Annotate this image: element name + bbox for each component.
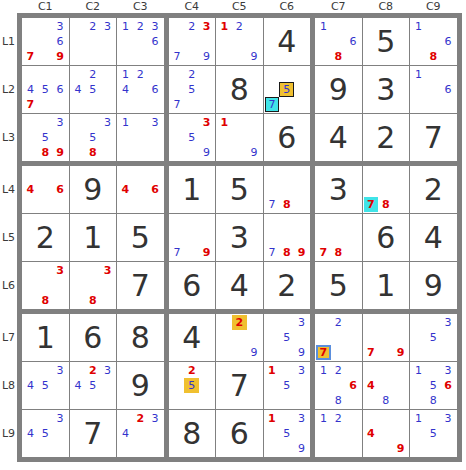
- candidate-9: 9: [199, 145, 214, 160]
- cell-L9C2[interactable]: 7: [70, 410, 117, 457]
- candidate-3: 3: [148, 19, 163, 34]
- row-label-L5: L5: [0, 214, 17, 261]
- cell-L6C8[interactable]: 1: [363, 262, 410, 309]
- candidate-6: 6: [346, 34, 361, 49]
- candidate-grid: 78: [363, 166, 410, 213]
- cell-L8C3[interactable]: 9: [117, 362, 164, 409]
- cell-L7C9[interactable]: 35: [410, 314, 457, 361]
- col-label-C6: C6: [264, 0, 311, 13]
- candidate-7: 7: [170, 49, 185, 64]
- candidate-4: 4: [364, 378, 379, 393]
- candidate-5: 5: [184, 130, 199, 145]
- cell-L7C4[interactable]: 4: [169, 314, 216, 361]
- cell-L1C4[interactable]: 2379: [169, 18, 216, 65]
- candidate-2: 2: [331, 411, 346, 426]
- cell-L6C3[interactable]: 7: [117, 262, 164, 309]
- candidate-grid: 13568: [410, 362, 457, 409]
- candidate-5: 5: [184, 82, 199, 97]
- candidate-9: 9: [393, 441, 408, 456]
- solved-value: 7: [117, 262, 164, 309]
- solved-value: 6: [216, 410, 263, 457]
- cell-L4C7[interactable]: 3: [315, 166, 362, 213]
- candidate-8: 8: [426, 49, 441, 64]
- solved-value: 4: [169, 314, 216, 361]
- candidate-9: 9: [294, 245, 309, 260]
- candidate-1: 1: [316, 363, 331, 378]
- cell-L9C1[interactable]: 345: [22, 410, 69, 457]
- cell-L1C7[interactable]: 168: [315, 18, 362, 65]
- candidate-5: 5: [85, 130, 100, 145]
- cell-L6C6[interactable]: 2: [264, 262, 311, 309]
- candidate-8: 8: [38, 145, 53, 160]
- candidate-7: 7: [170, 245, 185, 260]
- cell-L3C4[interactable]: 359: [169, 114, 216, 161]
- cell-L5C4[interactable]: 79: [169, 214, 216, 261]
- candidate-3: 3: [441, 363, 456, 378]
- row-label-L6: L6: [0, 262, 17, 309]
- cell-L3C5[interactable]: 19: [216, 114, 263, 161]
- cell-L9C7[interactable]: 12: [315, 410, 362, 457]
- candidate-grid: 3679: [22, 18, 69, 65]
- cell-L2C9[interactable]: 16: [410, 66, 457, 113]
- candidate-5: 5: [279, 330, 294, 345]
- cell-L7C7[interactable]: 27: [315, 314, 362, 361]
- solved-value: 2: [264, 262, 311, 309]
- cell-L7C6[interactable]: 359: [264, 314, 311, 361]
- solved-value: 1: [363, 262, 410, 309]
- cell-L9C6[interactable]: 1359: [264, 410, 311, 457]
- cell-L9C4[interactable]: 8: [169, 410, 216, 457]
- col-label-C1: C1: [22, 0, 69, 13]
- solved-value: 7: [216, 362, 263, 409]
- candidate-6: 6: [346, 378, 361, 393]
- candidate-grid: 245: [70, 66, 117, 113]
- solved-value: 3: [363, 66, 410, 113]
- cell-L4C4[interactable]: 1: [169, 166, 216, 213]
- cell-L2C8[interactable]: 3: [363, 66, 410, 113]
- candidate-4: 4: [23, 378, 38, 393]
- column-labels: C1C2C3C4C5C6C7C8C9: [22, 0, 457, 13]
- cell-L3C8[interactable]: 2: [363, 114, 410, 161]
- row-label-L3: L3: [0, 114, 17, 161]
- candidate-2: 2: [85, 67, 100, 82]
- cell-L6C5[interactable]: 4: [216, 262, 263, 309]
- candidate-9: 9: [247, 345, 262, 360]
- candidate-5: 5: [38, 426, 53, 441]
- candidate-2: 2: [133, 411, 148, 426]
- cell-L3C2[interactable]: 358: [70, 114, 117, 161]
- candidate-7: 7: [265, 197, 280, 212]
- candidate-4: 4: [364, 426, 379, 441]
- candidate-5: 5: [38, 378, 53, 393]
- cell-L2C6[interactable]: 57: [264, 66, 311, 113]
- solved-value: 1: [22, 314, 69, 361]
- solved-value: 3: [315, 166, 362, 213]
- candidate-grid: 46: [22, 166, 69, 213]
- solved-value: 2: [22, 214, 69, 261]
- cell-L6C4[interactable]: 6: [169, 262, 216, 309]
- cell-L8C8[interactable]: 48: [363, 362, 410, 409]
- cell-L5C1[interactable]: 2: [22, 214, 69, 261]
- candidate-3: 3: [100, 363, 115, 378]
- row-label-L2: L2: [0, 66, 17, 113]
- candidate-grid: 23: [70, 18, 117, 65]
- candidate-grid: 257: [169, 66, 216, 113]
- row-label-L7: L7: [0, 314, 17, 361]
- cell-L5C6[interactable]: 789: [264, 214, 311, 261]
- candidate-4: 4: [118, 182, 133, 197]
- cell-L3C6[interactable]: 6: [264, 114, 311, 161]
- candidate-grid: 79: [169, 214, 216, 261]
- candidate-2: 2: [331, 363, 346, 378]
- cell-L2C5[interactable]: 8: [216, 66, 263, 113]
- candidate-8: 8: [331, 393, 346, 408]
- candidate-3: 3: [294, 363, 309, 378]
- cell-L5C7[interactable]: 78: [315, 214, 362, 261]
- solved-value: 6: [169, 262, 216, 309]
- cell-L7C5[interactable]: 29: [216, 314, 263, 361]
- candidate-grid: 234: [117, 410, 164, 457]
- candidate-grid: 48: [363, 362, 410, 409]
- candidate-grid: 2379: [169, 18, 216, 65]
- cell-L3C9[interactable]: 7: [410, 114, 457, 161]
- candidate-3: 3: [53, 411, 68, 426]
- candidate-3: 3: [148, 411, 163, 426]
- cell-L1C5[interactable]: 129: [216, 18, 263, 65]
- cell-L1C2[interactable]: 23: [70, 18, 117, 65]
- cell-L2C2[interactable]: 245: [70, 66, 117, 113]
- candidate-7: 7: [316, 345, 331, 360]
- candidate-grid: 3589: [22, 114, 69, 161]
- cell-L6C1[interactable]: 38: [22, 262, 69, 309]
- cell-L4C2[interactable]: 9: [70, 166, 117, 213]
- cell-L7C1[interactable]: 1: [22, 314, 69, 361]
- solved-value: 6: [264, 114, 311, 161]
- solved-value: 8: [169, 410, 216, 457]
- candidate-9: 9: [247, 145, 262, 160]
- row-labels: L1L2L3L4L5L6L7L8L9: [0, 18, 17, 457]
- candidate-grid: 359: [169, 114, 216, 161]
- row-label-L1: L1: [0, 18, 17, 65]
- cell-L6C9[interactable]: 9: [410, 262, 457, 309]
- cell-L5C8[interactable]: 6: [363, 214, 410, 261]
- candidate-grid: 358: [70, 114, 117, 161]
- col-label-C4: C4: [169, 0, 216, 13]
- candidate-7: 7: [265, 245, 280, 260]
- solved-value: 3: [216, 214, 263, 261]
- sudoku-app: C1C2C3C4C5C6C7C8C9 L1L2L3L4L5L6L7L8L9 36…: [0, 0, 466, 470]
- cell-L3C7[interactable]: 4: [315, 114, 362, 161]
- candidate-8: 8: [85, 293, 100, 308]
- candidate-2: 2: [184, 67, 199, 82]
- row-label-L9: L9: [0, 410, 17, 457]
- col-label-C3: C3: [117, 0, 164, 13]
- candidate-grid: 38: [70, 262, 117, 309]
- candidate-grid: 78: [264, 166, 311, 213]
- candidate-2: 2: [184, 19, 199, 34]
- row-label-L8: L8: [0, 362, 17, 409]
- candidate-5: 5: [38, 82, 53, 97]
- cell-L7C3[interactable]: 8: [117, 314, 164, 361]
- candidate-9: 9: [393, 345, 408, 360]
- cell-L8C4[interactable]: 25: [169, 362, 216, 409]
- solved-value: 2: [410, 166, 457, 213]
- cell-L6C2[interactable]: 38: [70, 262, 117, 309]
- candidate-3: 3: [53, 115, 68, 130]
- candidate-grid: 345: [22, 362, 69, 409]
- candidate-6: 6: [441, 82, 456, 97]
- candidate-grid: 79: [363, 314, 410, 361]
- candidate-grid: 135: [410, 410, 457, 457]
- candidate-1: 1: [316, 19, 331, 34]
- candidate-8: 8: [279, 197, 294, 212]
- candidate-1: 1: [411, 411, 426, 426]
- candidate-6: 6: [148, 182, 163, 197]
- candidate-5: 5: [426, 378, 441, 393]
- candidate-5: 5: [279, 378, 294, 393]
- candidate-grid: 168: [410, 18, 457, 65]
- candidate-6: 6: [53, 82, 68, 97]
- solved-value: 9: [410, 262, 457, 309]
- candidate-6: 6: [441, 34, 456, 49]
- candidate-3: 3: [199, 115, 214, 130]
- solved-value: 6: [363, 214, 410, 261]
- candidate-3: 3: [100, 19, 115, 34]
- candidate-grid: 27: [315, 314, 362, 361]
- candidate-grid: 35: [410, 314, 457, 361]
- col-label-C2: C2: [70, 0, 117, 13]
- sudoku-board: 3679231236237912941685168456724512462578…: [17, 13, 462, 462]
- candidate-3: 3: [294, 315, 309, 330]
- candidate-grid: 1236: [117, 18, 164, 65]
- candidate-grid: 57: [264, 66, 311, 113]
- candidate-6: 6: [441, 378, 456, 393]
- cell-L1C3[interactable]: 1236: [117, 18, 164, 65]
- cell-L8C6[interactable]: 135: [264, 362, 311, 409]
- candidate-8: 8: [378, 197, 393, 212]
- solved-value: 4: [264, 18, 311, 65]
- candidate-7: 7: [170, 97, 185, 112]
- candidate-grid: 359: [264, 314, 311, 361]
- candidate-9: 9: [294, 345, 309, 360]
- candidate-2: 2: [133, 67, 148, 82]
- cell-L7C8[interactable]: 79: [363, 314, 410, 361]
- cell-L2C4[interactable]: 257: [169, 66, 216, 113]
- cell-L9C8[interactable]: 49: [363, 410, 410, 457]
- candidate-7: 7: [23, 97, 38, 112]
- candidate-grid: 789: [264, 214, 311, 261]
- cell-L3C1[interactable]: 3589: [22, 114, 69, 161]
- solved-value: 8: [216, 66, 263, 113]
- candidate-1: 1: [118, 19, 133, 34]
- candidate-2: 2: [133, 19, 148, 34]
- candidate-grid: 25: [169, 362, 216, 409]
- solved-value: 5: [363, 18, 410, 65]
- candidate-1: 1: [411, 19, 426, 34]
- candidate-grid: 1359: [264, 410, 311, 457]
- solved-value: 9: [117, 362, 164, 409]
- candidate-8: 8: [331, 49, 346, 64]
- candidate-4: 4: [23, 426, 38, 441]
- col-label-C9: C9: [410, 0, 457, 13]
- candidate-5: 5: [85, 82, 100, 97]
- candidate-8: 8: [426, 393, 441, 408]
- candidate-3: 3: [294, 411, 309, 426]
- candidate-9: 9: [294, 441, 309, 456]
- solved-value: 9: [315, 66, 362, 113]
- candidate-5: 5: [279, 82, 294, 97]
- cell-L1C8[interactable]: 5: [363, 18, 410, 65]
- cell-L8C2[interactable]: 2345: [70, 362, 117, 409]
- candidate-4: 4: [118, 426, 133, 441]
- candidate-grid: 46: [117, 166, 164, 213]
- cell-L9C9[interactable]: 135: [410, 410, 457, 457]
- solved-value: 7: [70, 410, 117, 457]
- solved-value: 9: [70, 166, 117, 213]
- cell-L2C3[interactable]: 1246: [117, 66, 164, 113]
- solved-value: 7: [410, 114, 457, 161]
- cell-L5C5[interactable]: 3: [216, 214, 263, 261]
- candidate-2: 2: [85, 19, 100, 34]
- candidate-grid: 2345: [70, 362, 117, 409]
- candidate-grid: 29: [216, 314, 263, 361]
- cell-L1C6[interactable]: 4: [264, 18, 311, 65]
- cell-L6C7[interactable]: 5: [315, 262, 362, 309]
- candidate-2: 2: [232, 19, 247, 34]
- candidate-grid: 13: [117, 114, 164, 161]
- candidate-grid: 1246: [117, 66, 164, 113]
- candidate-2: 2: [331, 315, 346, 330]
- candidate-3: 3: [199, 19, 214, 34]
- candidate-3: 3: [53, 263, 68, 278]
- candidate-8: 8: [85, 145, 100, 160]
- candidate-1: 1: [118, 67, 133, 82]
- candidate-grid: 19: [216, 114, 263, 161]
- col-label-C7: C7: [315, 0, 362, 13]
- candidate-1: 1: [217, 19, 232, 34]
- cell-L1C1[interactable]: 3679: [22, 18, 69, 65]
- cell-L8C7[interactable]: 1268: [315, 362, 362, 409]
- candidate-grid: 345: [22, 410, 69, 457]
- candidate-8: 8: [378, 393, 393, 408]
- candidate-2: 2: [85, 363, 100, 378]
- cell-L8C1[interactable]: 345: [22, 362, 69, 409]
- candidate-3: 3: [441, 315, 456, 330]
- candidate-grid: 78: [315, 214, 362, 261]
- candidate-5: 5: [38, 130, 53, 145]
- cell-L4C1[interactable]: 46: [22, 166, 69, 213]
- candidate-3: 3: [53, 19, 68, 34]
- cell-L1C9[interactable]: 168: [410, 18, 457, 65]
- candidate-7: 7: [364, 197, 379, 212]
- cell-L3C3[interactable]: 13: [117, 114, 164, 161]
- cell-L4C6[interactable]: 78: [264, 166, 311, 213]
- candidate-grid: 12: [315, 410, 362, 457]
- candidate-1: 1: [265, 411, 280, 426]
- cell-L9C5[interactable]: 6: [216, 410, 263, 457]
- candidate-7: 7: [316, 245, 331, 260]
- col-label-C8: C8: [363, 0, 410, 13]
- cell-L2C7[interactable]: 9: [315, 66, 362, 113]
- candidate-1: 1: [411, 67, 426, 82]
- candidate-5: 5: [279, 426, 294, 441]
- candidate-grid: 38: [22, 262, 69, 309]
- solved-value: 6: [70, 314, 117, 361]
- candidate-grid: 135: [264, 362, 311, 409]
- cell-L8C5[interactable]: 7: [216, 362, 263, 409]
- col-label-C5: C5: [216, 0, 263, 13]
- candidate-9: 9: [199, 245, 214, 260]
- candidate-6: 6: [148, 82, 163, 97]
- cell-L4C9[interactable]: 2: [410, 166, 457, 213]
- candidate-9: 9: [199, 49, 214, 64]
- candidate-7: 7: [23, 49, 38, 64]
- candidate-4: 4: [23, 82, 38, 97]
- candidate-9: 9: [53, 49, 68, 64]
- row-label-L4: L4: [0, 166, 17, 213]
- candidate-3: 3: [100, 115, 115, 130]
- candidate-7: 7: [265, 97, 280, 112]
- candidate-3: 3: [441, 411, 456, 426]
- cell-L2C1[interactable]: 4567: [22, 66, 69, 113]
- solved-value: 4: [410, 214, 457, 261]
- candidate-7: 7: [364, 345, 379, 360]
- cell-L4C3[interactable]: 46: [117, 166, 164, 213]
- solved-value: 1: [70, 214, 117, 261]
- candidate-1: 1: [411, 363, 426, 378]
- solved-value: 4: [315, 114, 362, 161]
- candidate-2: 2: [232, 315, 247, 330]
- solved-value: 4: [216, 262, 263, 309]
- cell-L5C2[interactable]: 1: [70, 214, 117, 261]
- solved-value: 2: [363, 114, 410, 161]
- candidate-8: 8: [38, 293, 53, 308]
- candidate-9: 9: [53, 145, 68, 160]
- candidate-4: 4: [118, 82, 133, 97]
- candidate-6: 6: [53, 182, 68, 197]
- candidate-3: 3: [148, 115, 163, 130]
- candidate-6: 6: [148, 34, 163, 49]
- candidate-grid: 168: [315, 18, 362, 65]
- cell-L7C2[interactable]: 6: [70, 314, 117, 361]
- cell-L4C5[interactable]: 5: [216, 166, 263, 213]
- candidate-1: 1: [217, 115, 232, 130]
- candidate-6: 6: [53, 34, 68, 49]
- candidate-5: 5: [85, 378, 100, 393]
- candidate-5: 5: [426, 330, 441, 345]
- candidate-3: 3: [100, 263, 115, 278]
- cell-L5C3[interactable]: 5: [117, 214, 164, 261]
- candidate-1: 1: [118, 115, 133, 130]
- candidate-grid: 16: [410, 66, 457, 113]
- candidate-grid: 129: [216, 18, 263, 65]
- cell-L5C9[interactable]: 4: [410, 214, 457, 261]
- solved-value: 5: [216, 166, 263, 213]
- candidate-grid: 49: [363, 410, 410, 457]
- candidate-8: 8: [279, 245, 294, 260]
- candidate-grid: 1268: [315, 362, 362, 409]
- cell-L8C9[interactable]: 13568: [410, 362, 457, 409]
- candidate-8: 8: [331, 245, 346, 260]
- candidate-3: 3: [53, 363, 68, 378]
- candidate-9: 9: [247, 49, 262, 64]
- solved-value: 1: [169, 166, 216, 213]
- candidate-5: 5: [426, 426, 441, 441]
- candidate-1: 1: [265, 363, 280, 378]
- solved-value: 8: [117, 314, 164, 361]
- cell-L4C8[interactable]: 78: [363, 166, 410, 213]
- cell-L9C3[interactable]: 234: [117, 410, 164, 457]
